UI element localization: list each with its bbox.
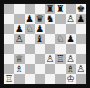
- square-h2[interactable]: ♙: [76, 64, 86, 74]
- square-e3[interactable]: ♙: [45, 54, 55, 64]
- black-pawn: ♟: [25, 14, 34, 23]
- square-e7[interactable]: ♞: [45, 14, 55, 24]
- square-c2[interactable]: [25, 64, 35, 74]
- black-rook: ♜: [46, 4, 55, 13]
- square-d1[interactable]: [35, 74, 45, 84]
- square-f1[interactable]: [55, 74, 65, 84]
- square-g3[interactable]: ♙: [66, 54, 76, 64]
- square-c3[interactable]: [25, 54, 35, 64]
- square-b7[interactable]: [14, 14, 24, 24]
- square-c8[interactable]: [25, 4, 35, 14]
- white-queen: ♕: [15, 54, 24, 63]
- square-d2[interactable]: [35, 64, 45, 74]
- square-f5[interactable]: ♘: [55, 34, 65, 44]
- black-rook: ♜: [56, 4, 65, 13]
- square-b6[interactable]: ♟: [14, 24, 24, 34]
- white-pawn: ♙: [15, 34, 24, 43]
- black-pawn: ♟: [15, 24, 24, 33]
- white-knight: ♘: [56, 34, 65, 43]
- square-b3[interactable]: ♕: [14, 54, 24, 64]
- square-g8[interactable]: [66, 4, 76, 14]
- square-c6[interactable]: ♘: [25, 24, 35, 34]
- square-d4[interactable]: [35, 44, 45, 54]
- square-d8[interactable]: [35, 4, 45, 14]
- square-h5[interactable]: [76, 34, 86, 44]
- black-pawn: ♟: [36, 24, 45, 33]
- white-pawn: ♙: [46, 54, 55, 63]
- square-d3[interactable]: [35, 54, 45, 64]
- square-h7[interactable]: ♟: [76, 14, 86, 24]
- square-a6[interactable]: [4, 24, 14, 34]
- square-b4[interactable]: [14, 44, 24, 54]
- white-king: ♔: [66, 74, 75, 83]
- square-a1[interactable]: ♖: [4, 74, 14, 84]
- square-f3[interactable]: ♖: [55, 54, 65, 64]
- square-h8[interactable]: ♚: [76, 4, 86, 14]
- white-rook: ♖: [5, 74, 14, 83]
- square-d6[interactable]: ♟: [35, 24, 45, 34]
- square-g4[interactable]: [66, 44, 76, 54]
- white-pawn: ♙: [66, 14, 75, 23]
- square-f8[interactable]: ♜: [55, 4, 65, 14]
- square-h1[interactable]: [76, 74, 86, 84]
- square-c7[interactable]: ♟: [25, 14, 35, 24]
- black-king: ♚: [77, 4, 86, 13]
- square-e4[interactable]: [45, 44, 55, 54]
- white-rook: ♖: [56, 54, 65, 63]
- square-a5[interactable]: [4, 34, 14, 44]
- white-pawn: ♙: [77, 64, 86, 73]
- square-b1[interactable]: [14, 74, 24, 84]
- square-e1[interactable]: [45, 74, 55, 84]
- square-f4[interactable]: [55, 44, 65, 54]
- square-a2[interactable]: [4, 64, 14, 74]
- square-b8[interactable]: [14, 4, 24, 14]
- square-b5[interactable]: ♙: [14, 34, 24, 44]
- white-pawn: ♙: [66, 54, 75, 63]
- board-frame: ♜♜♚♟♛♞♙♟♟♘♟♙♝♘♟♕♙♖♙♗♗♙♖♔: [3, 3, 87, 85]
- square-h6[interactable]: [76, 24, 86, 34]
- square-c5[interactable]: [25, 34, 35, 44]
- square-d5[interactable]: ♝: [35, 34, 45, 44]
- black-bishop: ♝: [36, 34, 45, 43]
- square-e2[interactable]: [45, 64, 55, 74]
- square-f7[interactable]: [55, 14, 65, 24]
- white-bishop: ♗: [15, 64, 24, 73]
- square-h3[interactable]: [76, 54, 86, 64]
- square-c4[interactable]: [25, 44, 35, 54]
- square-h4[interactable]: [76, 44, 86, 54]
- white-knight: ♘: [25, 24, 34, 33]
- square-e8[interactable]: ♜: [45, 4, 55, 14]
- square-f2[interactable]: [55, 64, 65, 74]
- square-b2[interactable]: ♗: [14, 64, 24, 74]
- square-a8[interactable]: [4, 4, 14, 14]
- square-d7[interactable]: ♛: [35, 14, 45, 24]
- white-bishop: ♗: [66, 64, 75, 73]
- square-a7[interactable]: [4, 14, 14, 24]
- square-a3[interactable]: [4, 54, 14, 64]
- black-pawn: ♟: [77, 14, 86, 23]
- square-c1[interactable]: [25, 74, 35, 84]
- square-g2[interactable]: ♗: [66, 64, 76, 74]
- square-g1[interactable]: ♔: [66, 74, 76, 84]
- square-g7[interactable]: ♙: [66, 14, 76, 24]
- square-e5[interactable]: [45, 34, 55, 44]
- black-pawn: ♟: [66, 34, 75, 43]
- square-f6[interactable]: [55, 24, 65, 34]
- square-a4[interactable]: [4, 44, 14, 54]
- square-g5[interactable]: ♟: [66, 34, 76, 44]
- black-knight: ♞: [46, 14, 55, 23]
- square-g6[interactable]: [66, 24, 76, 34]
- black-queen: ♛: [36, 14, 45, 23]
- square-e6[interactable]: [45, 24, 55, 34]
- chess-board: ♜♜♚♟♛♞♙♟♟♘♟♙♝♘♟♕♙♖♙♗♗♙♖♔: [4, 4, 86, 84]
